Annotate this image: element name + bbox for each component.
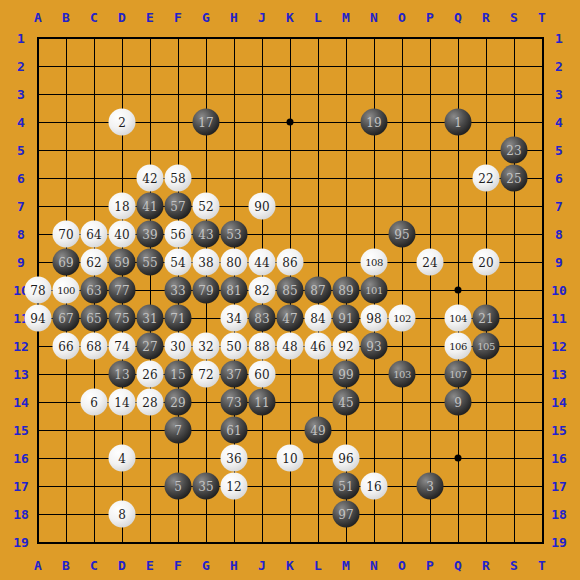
stone-white-70: 70 <box>53 221 80 248</box>
stone-white-74: 74 <box>109 333 136 360</box>
stone-white-24: 24 <box>417 249 444 276</box>
stone-black-83: 83 <box>249 305 276 332</box>
stone-number: 93 <box>366 340 381 352</box>
stone-black-75: 75 <box>109 305 136 332</box>
stone-number: 50 <box>226 340 241 352</box>
row-label-right: 12 <box>551 339 567 354</box>
stone-number: 62 <box>86 256 101 268</box>
col-label-top: G <box>202 10 210 25</box>
row-label-right: 8 <box>555 227 563 242</box>
stone-black-25: 25 <box>501 165 528 192</box>
row-label-left: 1 <box>17 31 25 46</box>
stone-black-23: 23 <box>501 137 528 164</box>
stone-number: 33 <box>170 284 185 296</box>
stone-number: 44 <box>254 256 269 268</box>
stone-number: 32 <box>198 340 213 352</box>
stone-number: 21 <box>478 312 493 324</box>
stone-number: 52 <box>198 200 213 212</box>
stone-black-91: 91 <box>333 305 360 332</box>
row-label-right: 7 <box>555 199 563 214</box>
stone-number: 82 <box>254 284 269 296</box>
stone-white-44: 44 <box>249 249 276 276</box>
row-label-right: 16 <box>551 451 567 466</box>
stone-black-55: 55 <box>137 249 164 276</box>
stone-black-21: 21 <box>473 305 500 332</box>
stone-white-84: 84 <box>305 305 332 332</box>
row-label-right: 2 <box>555 59 563 74</box>
stone-number: 96 <box>338 452 353 464</box>
row-label-right: 14 <box>551 395 567 410</box>
stone-number: 71 <box>170 312 185 324</box>
stone-black-5: 5 <box>165 473 192 500</box>
stone-number: 85 <box>282 284 297 296</box>
stone-black-37: 37 <box>221 361 248 388</box>
row-label-right: 4 <box>555 115 563 130</box>
stone-number: 97 <box>338 508 353 520</box>
col-label-bottom: B <box>62 558 70 573</box>
stone-black-45: 45 <box>333 389 360 416</box>
stone-number: 95 <box>394 228 409 240</box>
stone-white-34: 34 <box>221 305 248 332</box>
stone-number: 6 <box>90 396 98 408</box>
stone-number: 70 <box>58 228 73 240</box>
stone-white-6: 6 <box>81 389 108 416</box>
row-label-right: 3 <box>555 87 563 102</box>
stone-number: 13 <box>114 368 129 380</box>
stone-number: 77 <box>114 284 129 296</box>
stone-number: 87 <box>310 284 325 296</box>
stone-white-62: 62 <box>81 249 108 276</box>
stone-number: 75 <box>114 312 129 324</box>
stone-white-100: 100 <box>53 277 80 304</box>
stone-number: 79 <box>198 284 213 296</box>
stone-number: 20 <box>478 256 493 268</box>
row-label-left: 4 <box>17 115 25 130</box>
stone-white-30: 30 <box>165 333 192 360</box>
col-label-bottom: G <box>202 558 210 573</box>
stone-number: 80 <box>226 256 241 268</box>
col-label-bottom: T <box>538 558 546 573</box>
stone-number: 47 <box>282 312 297 324</box>
stone-number: 73 <box>226 396 241 408</box>
col-label-bottom: C <box>90 558 98 573</box>
stone-number: 68 <box>86 340 101 352</box>
stone-number: 58 <box>170 172 185 184</box>
stone-white-78: 78 <box>25 277 52 304</box>
stone-number: 72 <box>198 368 213 380</box>
stone-number: 103 <box>393 369 411 379</box>
stone-number: 19 <box>366 116 381 128</box>
stone-number: 53 <box>226 228 241 240</box>
row-label-left: 15 <box>13 423 29 438</box>
stone-number: 104 <box>449 313 467 323</box>
stone-white-104: 104 <box>445 305 472 332</box>
row-label-left: 7 <box>17 199 25 214</box>
col-label-top: B <box>62 10 70 25</box>
stone-number: 94 <box>30 312 45 324</box>
col-label-bottom: K <box>286 558 294 573</box>
stone-number: 39 <box>142 228 157 240</box>
go-board-diagram: AABBCCDDEEFFGGHHJJKKLLMMNNOOPPQQRRSSTT11… <box>0 0 580 580</box>
stone-black-101: 101 <box>361 277 388 304</box>
stone-number: 106 <box>449 341 467 351</box>
stone-white-90: 90 <box>249 193 276 220</box>
stone-black-59: 59 <box>109 249 136 276</box>
stone-white-82: 82 <box>249 277 276 304</box>
row-label-right: 9 <box>555 255 563 270</box>
col-label-bottom: J <box>258 558 266 573</box>
stone-black-85: 85 <box>277 277 304 304</box>
stone-black-41: 41 <box>137 193 164 220</box>
stone-black-43: 43 <box>193 221 220 248</box>
stone-white-96: 96 <box>333 445 360 472</box>
col-label-top: Q <box>454 10 462 25</box>
stone-white-94: 94 <box>25 305 52 332</box>
stone-number: 26 <box>142 368 157 380</box>
stone-number: 23 <box>506 144 521 156</box>
row-label-left: 5 <box>17 143 25 158</box>
row-label-left: 14 <box>13 395 29 410</box>
row-label-right: 13 <box>551 367 567 382</box>
col-label-top: T <box>538 10 546 25</box>
stone-number: 25 <box>506 172 521 184</box>
stone-black-49: 49 <box>305 417 332 444</box>
stone-number: 14 <box>114 396 129 408</box>
stone-number: 4 <box>118 452 126 464</box>
stone-black-17: 17 <box>193 109 220 136</box>
col-label-top: P <box>426 10 434 25</box>
stone-black-81: 81 <box>221 277 248 304</box>
stone-black-73: 73 <box>221 389 248 416</box>
stone-number: 55 <box>142 256 157 268</box>
stone-number: 5 <box>174 480 182 492</box>
col-label-top: M <box>342 10 350 25</box>
stone-white-48: 48 <box>277 333 304 360</box>
row-label-right: 15 <box>551 423 567 438</box>
stone-white-46: 46 <box>305 333 332 360</box>
stone-number: 8 <box>118 508 126 520</box>
stone-number: 78 <box>30 284 45 296</box>
stone-number: 65 <box>86 312 101 324</box>
stone-number: 57 <box>170 200 185 212</box>
stone-number: 27 <box>142 340 157 352</box>
stone-black-65: 65 <box>81 305 108 332</box>
row-label-left: 17 <box>13 479 29 494</box>
col-label-bottom: R <box>482 558 490 573</box>
stone-number: 2 <box>118 116 126 128</box>
stone-white-12: 12 <box>221 473 248 500</box>
stone-black-35: 35 <box>193 473 220 500</box>
stone-black-51: 51 <box>333 473 360 500</box>
stone-black-15: 15 <box>165 361 192 388</box>
row-label-right: 6 <box>555 171 563 186</box>
stone-number: 45 <box>338 396 353 408</box>
col-label-bottom: O <box>398 558 406 573</box>
row-label-left: 18 <box>13 507 29 522</box>
stone-number: 43 <box>198 228 213 240</box>
stone-black-7: 7 <box>165 417 192 444</box>
stone-number: 9 <box>454 396 462 408</box>
col-label-bottom: A <box>34 558 42 573</box>
stones-layer: 1234567891011121314151617181920212223242… <box>38 38 543 543</box>
stone-number: 100 <box>57 285 75 295</box>
stone-number: 67 <box>58 312 73 324</box>
stone-black-89: 89 <box>333 277 360 304</box>
stone-black-9: 9 <box>445 389 472 416</box>
stone-number: 1 <box>454 116 462 128</box>
col-label-top: F <box>174 10 182 25</box>
row-label-left: 19 <box>13 535 29 550</box>
stone-number: 38 <box>198 256 213 268</box>
stone-number: 17 <box>198 116 213 128</box>
stone-number: 49 <box>310 424 325 436</box>
col-label-top: L <box>314 10 322 25</box>
col-label-bottom: D <box>118 558 126 573</box>
stone-number: 108 <box>365 257 383 267</box>
stone-black-13: 13 <box>109 361 136 388</box>
col-label-top: J <box>258 10 266 25</box>
col-label-top: N <box>370 10 378 25</box>
stone-black-63: 63 <box>81 277 108 304</box>
stone-number: 74 <box>114 340 129 352</box>
stone-number: 56 <box>170 228 185 240</box>
stone-number: 22 <box>478 172 493 184</box>
stone-white-92: 92 <box>333 333 360 360</box>
col-label-top: A <box>34 10 42 25</box>
stone-white-36: 36 <box>221 445 248 472</box>
stone-black-11: 11 <box>249 389 276 416</box>
row-label-right: 17 <box>551 479 567 494</box>
stone-black-53: 53 <box>221 221 248 248</box>
stone-white-26: 26 <box>137 361 164 388</box>
stone-white-14: 14 <box>109 389 136 416</box>
stone-number: 90 <box>254 200 269 212</box>
stone-number: 41 <box>142 200 157 212</box>
stone-white-108: 108 <box>361 249 388 276</box>
stone-black-3: 3 <box>417 473 444 500</box>
col-label-top: O <box>398 10 406 25</box>
stone-black-61: 61 <box>221 417 248 444</box>
stone-number: 11 <box>254 396 269 408</box>
stone-white-20: 20 <box>473 249 500 276</box>
col-label-top: C <box>90 10 98 25</box>
stone-white-88: 88 <box>249 333 276 360</box>
row-label-left: 13 <box>13 367 29 382</box>
row-label-right: 10 <box>551 283 567 298</box>
col-label-bottom: F <box>174 558 182 573</box>
stone-black-79: 79 <box>193 277 220 304</box>
stone-number: 102 <box>393 313 411 323</box>
stone-number: 105 <box>477 341 495 351</box>
stone-number: 92 <box>338 340 353 352</box>
stone-black-47: 47 <box>277 305 304 332</box>
stone-white-18: 18 <box>109 193 136 220</box>
stone-number: 63 <box>86 284 101 296</box>
stone-number: 51 <box>338 480 353 492</box>
stone-number: 7 <box>174 424 182 436</box>
row-label-left: 3 <box>17 87 25 102</box>
stone-black-103: 103 <box>389 361 416 388</box>
stone-number: 69 <box>58 256 73 268</box>
col-label-top: D <box>118 10 126 25</box>
stone-number: 36 <box>226 452 241 464</box>
stone-number: 83 <box>254 312 269 324</box>
stone-number: 64 <box>86 228 101 240</box>
stone-white-60: 60 <box>249 361 276 388</box>
stone-white-16: 16 <box>361 473 388 500</box>
row-label-left: 9 <box>17 255 25 270</box>
stone-black-19: 19 <box>361 109 388 136</box>
stone-black-29: 29 <box>165 389 192 416</box>
col-label-bottom: M <box>342 558 350 573</box>
stone-white-64: 64 <box>81 221 108 248</box>
stone-number: 107 <box>449 369 467 379</box>
col-label-bottom: E <box>146 558 154 573</box>
stone-number: 86 <box>282 256 297 268</box>
stone-white-28: 28 <box>137 389 164 416</box>
stone-white-58: 58 <box>165 165 192 192</box>
stone-black-77: 77 <box>109 277 136 304</box>
col-label-top: R <box>482 10 490 25</box>
stone-number: 66 <box>58 340 73 352</box>
col-label-bottom: N <box>370 558 378 573</box>
stone-black-31: 31 <box>137 305 164 332</box>
stone-black-1: 1 <box>445 109 472 136</box>
stone-number: 61 <box>226 424 241 436</box>
row-label-right: 11 <box>551 311 567 326</box>
stone-white-4: 4 <box>109 445 136 472</box>
stone-white-86: 86 <box>277 249 304 276</box>
stone-number: 34 <box>226 312 241 324</box>
stone-number: 30 <box>170 340 185 352</box>
stone-white-52: 52 <box>193 193 220 220</box>
row-label-left: 2 <box>17 59 25 74</box>
stone-black-27: 27 <box>137 333 164 360</box>
stone-number: 54 <box>170 256 185 268</box>
row-label-right: 19 <box>551 535 567 550</box>
stone-black-107: 107 <box>445 361 472 388</box>
stone-black-97: 97 <box>333 501 360 528</box>
stone-number: 81 <box>226 284 241 296</box>
stone-white-80: 80 <box>221 249 248 276</box>
stone-number: 24 <box>422 256 437 268</box>
stone-number: 48 <box>282 340 297 352</box>
stone-white-8: 8 <box>109 501 136 528</box>
col-label-bottom: P <box>426 558 434 573</box>
stone-white-68: 68 <box>81 333 108 360</box>
stone-number: 99 <box>338 368 353 380</box>
stone-number: 29 <box>170 396 185 408</box>
col-label-top: E <box>146 10 154 25</box>
stone-white-72: 72 <box>193 361 220 388</box>
stone-white-22: 22 <box>473 165 500 192</box>
stone-white-56: 56 <box>165 221 192 248</box>
stone-white-38: 38 <box>193 249 220 276</box>
stone-black-33: 33 <box>165 277 192 304</box>
row-label-right: 1 <box>555 31 563 46</box>
col-label-bottom: S <box>510 558 518 573</box>
col-label-bottom: Q <box>454 558 462 573</box>
stone-number: 59 <box>114 256 129 268</box>
stone-number: 10 <box>282 452 297 464</box>
stone-number: 12 <box>226 480 241 492</box>
row-label-left: 8 <box>17 227 25 242</box>
stone-white-106: 106 <box>445 333 472 360</box>
stone-white-102: 102 <box>389 305 416 332</box>
stone-white-98: 98 <box>361 305 388 332</box>
stone-number: 60 <box>254 368 269 380</box>
col-label-bottom: H <box>230 558 238 573</box>
stone-number: 35 <box>198 480 213 492</box>
stone-black-87: 87 <box>305 277 332 304</box>
stone-black-95: 95 <box>389 221 416 248</box>
stone-number: 98 <box>366 312 381 324</box>
row-label-left: 16 <box>13 451 29 466</box>
stone-number: 42 <box>142 172 157 184</box>
stone-number: 40 <box>114 228 129 240</box>
stone-white-54: 54 <box>165 249 192 276</box>
stone-black-105: 105 <box>473 333 500 360</box>
stone-black-71: 71 <box>165 305 192 332</box>
row-label-left: 12 <box>13 339 29 354</box>
stone-number: 84 <box>310 312 325 324</box>
stone-white-50: 50 <box>221 333 248 360</box>
stone-number: 3 <box>426 480 434 492</box>
stone-number: 31 <box>142 312 157 324</box>
row-label-left: 6 <box>17 171 25 186</box>
stone-number: 15 <box>170 368 185 380</box>
stone-number: 101 <box>365 285 383 295</box>
stone-black-99: 99 <box>333 361 360 388</box>
col-label-top: S <box>510 10 518 25</box>
col-label-top: K <box>286 10 294 25</box>
col-label-bottom: L <box>314 558 322 573</box>
stone-white-10: 10 <box>277 445 304 472</box>
col-label-top: H <box>230 10 238 25</box>
stone-white-2: 2 <box>109 109 136 136</box>
stone-number: 18 <box>114 200 129 212</box>
stone-number: 28 <box>142 396 157 408</box>
stone-white-42: 42 <box>137 165 164 192</box>
stone-black-67: 67 <box>53 305 80 332</box>
stone-black-69: 69 <box>53 249 80 276</box>
stone-number: 37 <box>226 368 241 380</box>
stone-white-66: 66 <box>53 333 80 360</box>
stone-number: 91 <box>338 312 353 324</box>
stone-black-57: 57 <box>165 193 192 220</box>
row-label-right: 5 <box>555 143 563 158</box>
row-label-right: 18 <box>551 507 567 522</box>
stone-number: 88 <box>254 340 269 352</box>
stone-white-40: 40 <box>109 221 136 248</box>
stone-black-39: 39 <box>137 221 164 248</box>
stone-black-93: 93 <box>361 333 388 360</box>
stone-number: 46 <box>310 340 325 352</box>
stone-number: 89 <box>338 284 353 296</box>
stone-white-32: 32 <box>193 333 220 360</box>
stone-number: 16 <box>366 480 381 492</box>
